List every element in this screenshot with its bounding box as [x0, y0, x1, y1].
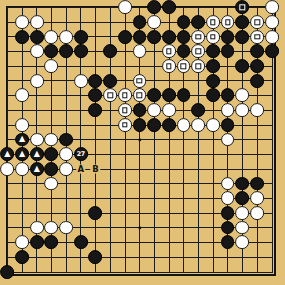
point-12-5[interactable]	[176, 73, 191, 88]
point-3-2[interactable]	[44, 29, 59, 44]
point-16-1[interactable]	[235, 15, 250, 30]
point-1-18[interactable]	[15, 264, 30, 279]
point-9-11[interactable]	[132, 162, 147, 177]
point-13-2[interactable]	[191, 29, 206, 44]
point-7-8[interactable]	[103, 118, 118, 133]
point-14-6[interactable]	[206, 88, 221, 103]
point-16-4[interactable]	[235, 59, 250, 74]
point-17-8[interactable]	[250, 118, 265, 133]
point-9-7[interactable]	[132, 103, 147, 118]
point-1-10[interactable]: ▲	[15, 147, 30, 162]
point-10-4[interactable]	[147, 59, 162, 74]
point-18-12[interactable]	[264, 176, 279, 191]
point-11-15[interactable]	[162, 220, 177, 235]
point-4-4[interactable]	[59, 59, 74, 74]
point-8-17[interactable]	[118, 250, 133, 265]
point-13-1[interactable]	[191, 15, 206, 30]
point-2-6[interactable]	[29, 88, 44, 103]
point-18-7[interactable]	[264, 103, 279, 118]
point-2-13[interactable]	[29, 191, 44, 206]
point-9-9[interactable]	[132, 132, 147, 147]
point-6-11[interactable]: B	[88, 162, 103, 177]
point-10-7[interactable]	[147, 103, 162, 118]
point-9-1[interactable]	[132, 15, 147, 30]
point-12-9[interactable]	[176, 132, 191, 147]
point-3-7[interactable]	[44, 103, 59, 118]
point-8-4[interactable]	[118, 59, 133, 74]
point-6-9[interactable]	[88, 132, 103, 147]
point-2-18[interactable]	[29, 264, 44, 279]
point-15-9[interactable]	[220, 132, 235, 147]
point-4-6[interactable]	[59, 88, 74, 103]
point-6-5[interactable]	[88, 73, 103, 88]
point-13-10[interactable]	[191, 147, 206, 162]
point-15-8[interactable]	[220, 118, 235, 133]
point-3-14[interactable]	[44, 206, 59, 221]
point-3-9[interactable]	[44, 132, 59, 147]
point-17-13[interactable]	[250, 191, 265, 206]
point-17-15[interactable]	[250, 220, 265, 235]
point-15-10[interactable]	[220, 147, 235, 162]
point-10-8[interactable]	[147, 118, 162, 133]
point-11-9[interactable]	[162, 132, 177, 147]
point-17-12[interactable]	[250, 176, 265, 191]
point-14-2[interactable]	[206, 29, 221, 44]
point-18-8[interactable]	[264, 118, 279, 133]
point-16-3[interactable]	[235, 44, 250, 59]
point-6-17[interactable]	[88, 250, 103, 265]
point-7-13[interactable]	[103, 191, 118, 206]
point-0-4[interactable]	[0, 59, 15, 74]
point-2-9[interactable]	[29, 132, 44, 147]
point-1-12[interactable]	[15, 176, 30, 191]
point-0-5[interactable]	[0, 73, 15, 88]
point-12-18[interactable]	[176, 264, 191, 279]
point-1-16[interactable]	[15, 235, 30, 250]
point-18-18[interactable]	[264, 264, 279, 279]
point-4-18[interactable]	[59, 264, 74, 279]
point-16-10[interactable]	[235, 147, 250, 162]
point-5-6[interactable]	[73, 88, 88, 103]
point-10-9[interactable]	[147, 132, 162, 147]
point-7-9[interactable]	[103, 132, 118, 147]
point-12-16[interactable]	[176, 235, 191, 250]
point-13-3[interactable]	[191, 44, 206, 59]
point-8-8[interactable]	[118, 118, 133, 133]
point-10-10[interactable]	[147, 147, 162, 162]
point-11-1[interactable]	[162, 15, 177, 30]
point-16-2[interactable]	[235, 29, 250, 44]
point-17-14[interactable]	[250, 206, 265, 221]
point-4-11[interactable]	[59, 162, 74, 177]
point-14-17[interactable]	[206, 250, 221, 265]
point-11-0[interactable]	[162, 0, 177, 15]
point-17-7[interactable]	[250, 103, 265, 118]
point-7-3[interactable]	[103, 44, 118, 59]
point-0-18[interactable]	[0, 264, 15, 279]
point-12-13[interactable]	[176, 191, 191, 206]
point-0-10[interactable]: ▲	[0, 147, 15, 162]
point-5-17[interactable]	[73, 250, 88, 265]
point-8-5[interactable]	[118, 73, 133, 88]
point-14-12[interactable]	[206, 176, 221, 191]
point-1-13[interactable]	[15, 191, 30, 206]
point-13-4[interactable]	[191, 59, 206, 74]
point-1-17[interactable]	[15, 250, 30, 265]
point-12-12[interactable]	[176, 176, 191, 191]
point-8-16[interactable]	[118, 235, 133, 250]
point-2-15[interactable]	[29, 220, 44, 235]
point-18-11[interactable]	[264, 162, 279, 177]
point-12-15[interactable]	[176, 220, 191, 235]
point-5-3[interactable]	[73, 44, 88, 59]
point-10-16[interactable]	[147, 235, 162, 250]
point-7-1[interactable]	[103, 15, 118, 30]
point-0-16[interactable]	[0, 235, 15, 250]
point-12-10[interactable]	[176, 147, 191, 162]
point-17-1[interactable]	[250, 15, 265, 30]
point-18-3[interactable]	[264, 44, 279, 59]
point-3-1[interactable]	[44, 15, 59, 30]
point-5-13[interactable]	[73, 191, 88, 206]
point-4-5[interactable]	[59, 73, 74, 88]
point-6-15[interactable]	[88, 220, 103, 235]
point-3-8[interactable]	[44, 118, 59, 133]
point-18-6[interactable]	[264, 88, 279, 103]
point-16-0[interactable]	[235, 0, 250, 15]
point-7-2[interactable]	[103, 29, 118, 44]
point-3-17[interactable]	[44, 250, 59, 265]
point-18-10[interactable]	[264, 147, 279, 162]
point-3-0[interactable]	[44, 0, 59, 15]
point-5-1[interactable]	[73, 15, 88, 30]
point-1-1[interactable]	[15, 15, 30, 30]
point-8-7[interactable]	[118, 103, 133, 118]
point-14-15[interactable]	[206, 220, 221, 235]
point-13-18[interactable]	[191, 264, 206, 279]
point-3-13[interactable]	[44, 191, 59, 206]
point-9-17[interactable]	[132, 250, 147, 265]
point-4-12[interactable]	[59, 176, 74, 191]
point-0-11[interactable]	[0, 162, 15, 177]
point-13-8[interactable]	[191, 118, 206, 133]
point-3-3[interactable]	[44, 44, 59, 59]
point-17-17[interactable]	[250, 250, 265, 265]
point-16-17[interactable]	[235, 250, 250, 265]
point-11-2[interactable]	[162, 29, 177, 44]
point-18-17[interactable]	[264, 250, 279, 265]
point-17-18[interactable]	[250, 264, 265, 279]
point-16-16[interactable]	[235, 235, 250, 250]
point-17-4[interactable]	[250, 59, 265, 74]
point-0-15[interactable]	[0, 220, 15, 235]
point-18-14[interactable]	[264, 206, 279, 221]
point-1-6[interactable]	[15, 88, 30, 103]
point-7-16[interactable]	[103, 235, 118, 250]
point-3-4[interactable]	[44, 59, 59, 74]
point-11-16[interactable]	[162, 235, 177, 250]
point-3-10[interactable]	[44, 147, 59, 162]
point-7-5[interactable]	[103, 73, 118, 88]
point-5-8[interactable]	[73, 118, 88, 133]
point-9-14[interactable]	[132, 206, 147, 221]
point-12-6[interactable]	[176, 88, 191, 103]
point-3-15[interactable]	[44, 220, 59, 235]
point-15-7[interactable]	[220, 103, 235, 118]
point-3-11[interactable]	[44, 162, 59, 177]
point-8-9[interactable]	[118, 132, 133, 147]
point-5-18[interactable]	[73, 264, 88, 279]
point-12-0[interactable]	[176, 0, 191, 15]
point-14-5[interactable]	[206, 73, 221, 88]
point-8-6[interactable]	[118, 88, 133, 103]
point-9-0[interactable]	[132, 0, 147, 15]
point-8-15[interactable]	[118, 220, 133, 235]
point-13-12[interactable]	[191, 176, 206, 191]
point-12-8[interactable]	[176, 118, 191, 133]
point-9-3[interactable]	[132, 44, 147, 59]
point-2-4[interactable]	[29, 59, 44, 74]
point-17-11[interactable]	[250, 162, 265, 177]
point-1-5[interactable]	[15, 73, 30, 88]
point-15-1[interactable]	[220, 15, 235, 30]
point-4-10[interactable]	[59, 147, 74, 162]
point-4-13[interactable]	[59, 191, 74, 206]
point-13-11[interactable]	[191, 162, 206, 177]
point-8-1[interactable]	[118, 15, 133, 30]
point-8-11[interactable]	[118, 162, 133, 177]
point-9-18[interactable]	[132, 264, 147, 279]
point-10-5[interactable]	[147, 73, 162, 88]
point-8-10[interactable]	[118, 147, 133, 162]
point-4-16[interactable]	[59, 235, 74, 250]
point-11-12[interactable]	[162, 176, 177, 191]
point-6-10[interactable]	[88, 147, 103, 162]
point-5-15[interactable]	[73, 220, 88, 235]
point-12-17[interactable]	[176, 250, 191, 265]
point-8-3[interactable]	[118, 44, 133, 59]
point-3-6[interactable]	[44, 88, 59, 103]
point-1-14[interactable]	[15, 206, 30, 221]
point-0-3[interactable]	[0, 44, 15, 59]
point-7-7[interactable]	[103, 103, 118, 118]
point-15-11[interactable]	[220, 162, 235, 177]
point-16-11[interactable]	[235, 162, 250, 177]
point-12-7[interactable]	[176, 103, 191, 118]
point-9-4[interactable]	[132, 59, 147, 74]
point-2-10[interactable]: ▲	[29, 147, 44, 162]
point-14-16[interactable]	[206, 235, 221, 250]
point-12-3[interactable]	[176, 44, 191, 59]
point-15-0[interactable]	[220, 0, 235, 15]
point-3-12[interactable]	[44, 176, 59, 191]
point-2-11[interactable]: ▲	[29, 162, 44, 177]
point-2-8[interactable]	[29, 118, 44, 133]
point-7-18[interactable]	[103, 264, 118, 279]
point-13-5[interactable]	[191, 73, 206, 88]
point-2-5[interactable]	[29, 73, 44, 88]
point-7-17[interactable]	[103, 250, 118, 265]
point-7-10[interactable]	[103, 147, 118, 162]
point-6-12[interactable]	[88, 176, 103, 191]
point-0-14[interactable]	[0, 206, 15, 221]
point-2-14[interactable]	[29, 206, 44, 221]
point-15-2[interactable]	[220, 29, 235, 44]
point-4-14[interactable]	[59, 206, 74, 221]
point-6-16[interactable]	[88, 235, 103, 250]
point-4-1[interactable]	[59, 15, 74, 30]
point-0-2[interactable]	[0, 29, 15, 44]
point-6-1[interactable]	[88, 15, 103, 30]
point-11-18[interactable]	[162, 264, 177, 279]
point-8-2[interactable]	[118, 29, 133, 44]
point-11-13[interactable]	[162, 191, 177, 206]
point-13-16[interactable]	[191, 235, 206, 250]
point-18-4[interactable]	[264, 59, 279, 74]
point-8-12[interactable]	[118, 176, 133, 191]
point-10-3[interactable]	[147, 44, 162, 59]
point-13-14[interactable]	[191, 206, 206, 221]
point-15-4[interactable]	[220, 59, 235, 74]
point-13-0[interactable]	[191, 0, 206, 15]
point-17-0[interactable]	[250, 0, 265, 15]
point-2-2[interactable]	[29, 29, 44, 44]
point-5-12[interactable]	[73, 176, 88, 191]
point-1-4[interactable]	[15, 59, 30, 74]
point-13-13[interactable]	[191, 191, 206, 206]
point-14-4[interactable]	[206, 59, 221, 74]
point-14-0[interactable]	[206, 0, 221, 15]
point-10-1[interactable]	[147, 15, 162, 30]
point-18-2[interactable]	[264, 29, 279, 44]
point-7-15[interactable]	[103, 220, 118, 235]
point-14-10[interactable]	[206, 147, 221, 162]
point-9-10[interactable]	[132, 147, 147, 162]
point-6-14[interactable]	[88, 206, 103, 221]
point-0-1[interactable]	[0, 15, 15, 30]
point-10-14[interactable]	[147, 206, 162, 221]
point-15-5[interactable]	[220, 73, 235, 88]
point-2-1[interactable]	[29, 15, 44, 30]
point-14-3[interactable]	[206, 44, 221, 59]
point-4-2[interactable]	[59, 29, 74, 44]
point-15-16[interactable]	[220, 235, 235, 250]
point-10-15[interactable]	[147, 220, 162, 235]
point-4-17[interactable]	[59, 250, 74, 265]
point-10-6[interactable]	[147, 88, 162, 103]
point-15-6[interactable]	[220, 88, 235, 103]
point-6-6[interactable]	[88, 88, 103, 103]
point-11-10[interactable]	[162, 147, 177, 162]
point-3-5[interactable]	[44, 73, 59, 88]
point-18-0[interactable]	[264, 0, 279, 15]
point-18-16[interactable]	[264, 235, 279, 250]
point-7-12[interactable]	[103, 176, 118, 191]
point-13-17[interactable]	[191, 250, 206, 265]
point-2-7[interactable]	[29, 103, 44, 118]
point-14-13[interactable]	[206, 191, 221, 206]
point-13-9[interactable]	[191, 132, 206, 147]
point-11-6[interactable]	[162, 88, 177, 103]
point-3-18[interactable]	[44, 264, 59, 279]
point-0-13[interactable]	[0, 191, 15, 206]
point-17-10[interactable]	[250, 147, 265, 162]
point-6-8[interactable]	[88, 118, 103, 133]
point-12-4[interactable]	[176, 59, 191, 74]
point-1-0[interactable]	[15, 0, 30, 15]
point-8-13[interactable]	[118, 191, 133, 206]
point-10-2[interactable]	[147, 29, 162, 44]
point-12-1[interactable]	[176, 15, 191, 30]
point-5-2[interactable]	[73, 29, 88, 44]
point-1-11[interactable]	[15, 162, 30, 177]
point-16-14[interactable]	[235, 206, 250, 221]
point-2-3[interactable]	[29, 44, 44, 59]
point-10-17[interactable]	[147, 250, 162, 265]
point-11-5[interactable]	[162, 73, 177, 88]
point-0-7[interactable]	[0, 103, 15, 118]
point-18-9[interactable]	[264, 132, 279, 147]
point-15-3[interactable]	[220, 44, 235, 59]
point-1-8[interactable]	[15, 118, 30, 133]
point-15-12[interactable]	[220, 176, 235, 191]
point-0-8[interactable]	[0, 118, 15, 133]
point-5-4[interactable]	[73, 59, 88, 74]
point-10-18[interactable]	[147, 264, 162, 279]
point-13-15[interactable]	[191, 220, 206, 235]
point-17-5[interactable]	[250, 73, 265, 88]
point-2-12[interactable]	[29, 176, 44, 191]
point-16-9[interactable]	[235, 132, 250, 147]
point-11-7[interactable]	[162, 103, 177, 118]
point-5-10[interactable]: 27	[73, 147, 88, 162]
point-2-0[interactable]	[29, 0, 44, 15]
point-5-7[interactable]	[73, 103, 88, 118]
point-1-3[interactable]	[15, 44, 30, 59]
point-9-12[interactable]	[132, 176, 147, 191]
point-6-7[interactable]	[88, 103, 103, 118]
point-13-7[interactable]	[191, 103, 206, 118]
point-9-8[interactable]	[132, 118, 147, 133]
point-8-14[interactable]	[118, 206, 133, 221]
point-18-1[interactable]	[264, 15, 279, 30]
point-9-2[interactable]	[132, 29, 147, 44]
point-18-15[interactable]	[264, 220, 279, 235]
point-10-13[interactable]	[147, 191, 162, 206]
point-17-9[interactable]	[250, 132, 265, 147]
point-6-18[interactable]	[88, 264, 103, 279]
point-11-4[interactable]	[162, 59, 177, 74]
point-4-3[interactable]	[59, 44, 74, 59]
point-7-6[interactable]	[103, 88, 118, 103]
point-15-15[interactable]	[220, 220, 235, 235]
point-11-3[interactable]	[162, 44, 177, 59]
point-14-8[interactable]	[206, 118, 221, 133]
point-8-0[interactable]	[118, 0, 133, 15]
point-4-7[interactable]	[59, 103, 74, 118]
point-6-3[interactable]	[88, 44, 103, 59]
point-4-0[interactable]	[59, 0, 74, 15]
point-10-11[interactable]	[147, 162, 162, 177]
point-9-13[interactable]	[132, 191, 147, 206]
point-7-11[interactable]	[103, 162, 118, 177]
point-0-17[interactable]	[0, 250, 15, 265]
point-9-5[interactable]	[132, 73, 147, 88]
point-14-7[interactable]	[206, 103, 221, 118]
point-5-9[interactable]	[73, 132, 88, 147]
point-4-8[interactable]	[59, 118, 74, 133]
point-11-8[interactable]	[162, 118, 177, 133]
